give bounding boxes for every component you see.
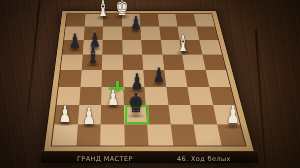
white-bishop-icon: ♝ (177, 33, 189, 54)
black-king-icon: ♚ (129, 91, 143, 117)
white-pawn-icon: ♟ (59, 102, 72, 125)
move-status-label: 46. Ход белых (177, 155, 231, 163)
black-pawn-icon: ♟ (131, 14, 141, 32)
white-king-icon: ♚ (116, 0, 129, 18)
black-pawn-icon: ♟ (70, 31, 81, 51)
black-bishop-icon: ♝ (87, 45, 99, 66)
white-pawn-icon: ♟ (107, 87, 119, 108)
pieces-layer: ♝♚♟♟♟♝♝♟♟♚♟♟♟♟ (0, 0, 300, 168)
white-bishop-icon: ♝ (97, 0, 109, 19)
opponent-level-label: ГРАНД МАСТЕР (77, 155, 133, 163)
white-pawn-icon: ♟ (226, 103, 239, 128)
white-pawn-icon: ♟ (83, 104, 96, 127)
black-pawn-icon: ♟ (154, 65, 165, 85)
chess-app-screen: ♝♚♟♟♟♝♝♟♟♚♟♟♟♟ ГРАНД МАСТЕР 46. Ход белы… (0, 0, 300, 168)
